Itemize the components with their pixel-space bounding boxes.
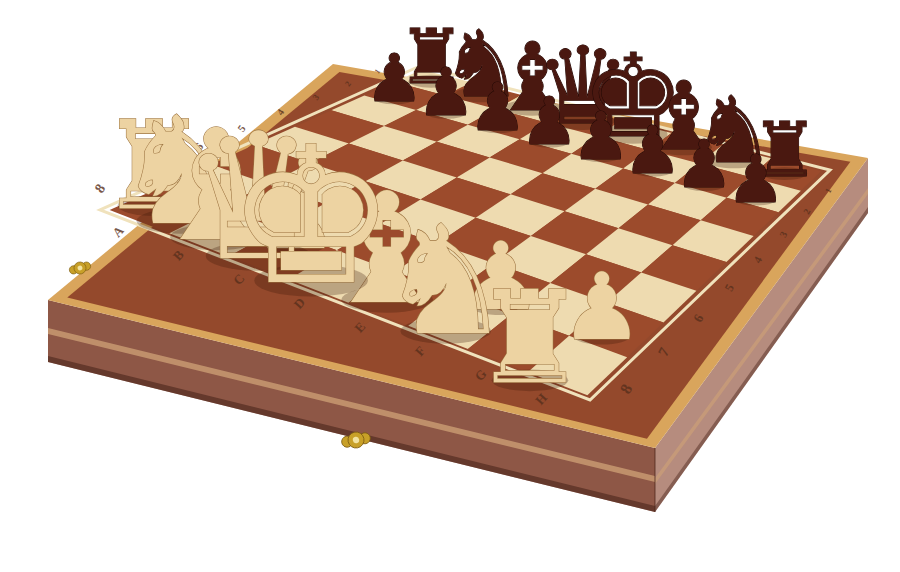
- piece-white-king-e1[interactable]: ♚: [226, 106, 396, 327]
- chess-set-photo: 1234567812345678ABCDEFGH♜♞♝♛♚♝♞♜♟♟♟♟♟♟♟♟…: [0, 0, 900, 572]
- piece-black-pawn-f7[interactable]: ♟: [623, 112, 682, 189]
- piece-black-pawn-a7[interactable]: ♟: [365, 40, 424, 117]
- piece-black-pawn-b7[interactable]: ♟: [416, 54, 475, 131]
- piece-black-pawn-d7[interactable]: ♟: [520, 83, 579, 160]
- piece-black-pawn-g7[interactable]: ♟: [675, 126, 734, 203]
- piece-black-pawn-c7[interactable]: ♟: [468, 69, 527, 146]
- chess-board-scene: 1234567812345678ABCDEFGH♜♞♝♛♚♝♞♜♟♟♟♟♟♟♟♟…: [0, 0, 900, 572]
- piece-black-pawn-e7[interactable]: ♟: [571, 98, 630, 175]
- piece-black-pawn-h7[interactable]: ♟: [726, 141, 785, 218]
- piece-white-rook-h1[interactable]: ♜: [473, 264, 587, 412]
